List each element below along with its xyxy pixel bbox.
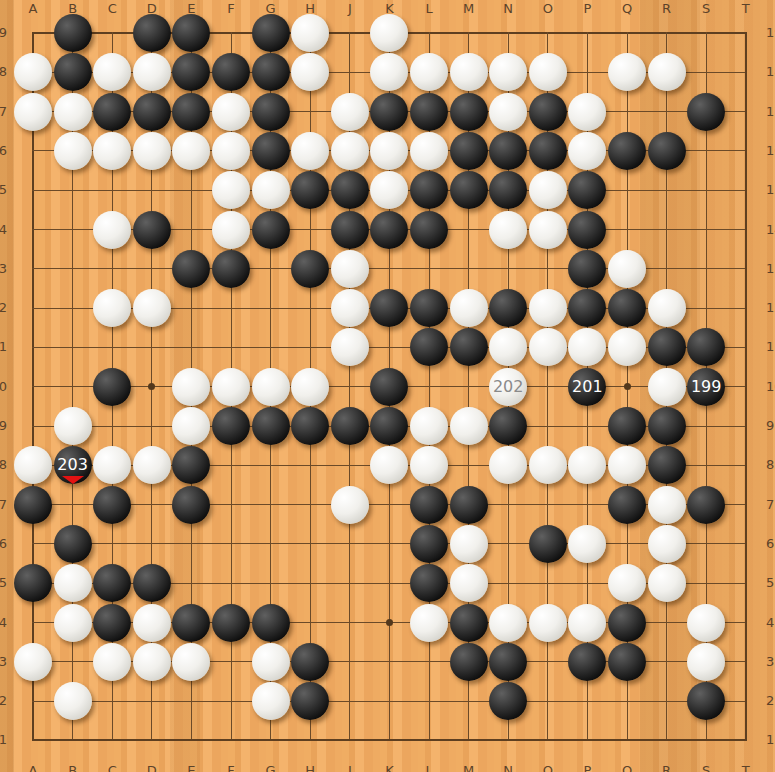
row-label-left: 10	[0, 379, 7, 395]
row-label-left: 15	[0, 182, 7, 198]
stone-white-S3[interactable]	[687, 643, 725, 681]
stone-black-L15[interactable]	[410, 171, 448, 209]
stone-black-N3[interactable]	[489, 643, 527, 681]
stone-black-F9[interactable]	[212, 407, 250, 445]
stone-black-N12[interactable]	[489, 289, 527, 327]
column-label-bottom: N	[496, 763, 520, 772]
stone-black-M17[interactable]	[450, 93, 488, 131]
stone-white-K15[interactable]	[370, 171, 408, 209]
stone-white-R10[interactable]	[648, 368, 686, 406]
stone-black-D19[interactable]	[133, 14, 171, 52]
stone-white-H19[interactable]	[291, 14, 329, 52]
stone-white-C8[interactable]	[93, 446, 131, 484]
stone-white-M6[interactable]	[450, 525, 488, 563]
stone-black-H3[interactable]	[291, 643, 329, 681]
stone-white-E3[interactable]	[172, 643, 210, 681]
stone-black-R8[interactable]	[648, 446, 686, 484]
row-label-left: 5	[0, 575, 7, 591]
stone-white-C14[interactable]	[93, 211, 131, 249]
stone-black-G16[interactable]	[252, 132, 290, 170]
row-label-right: 5	[766, 575, 774, 591]
stone-black-Q16[interactable]	[608, 132, 646, 170]
stone-black-O17[interactable]	[529, 93, 567, 131]
stone-black-H15[interactable]	[291, 171, 329, 209]
stone-white-F17[interactable]	[212, 93, 250, 131]
stone-black-P10[interactable]: 201	[568, 368, 606, 406]
column-label-top: L	[417, 1, 441, 17]
stone-white-G3[interactable]	[252, 643, 290, 681]
row-label-right: 10	[766, 379, 775, 395]
stone-white-A18[interactable]	[14, 53, 52, 91]
stone-white-L8[interactable]	[410, 446, 448, 484]
row-label-right: 4	[766, 615, 774, 631]
row-label-right: 12	[766, 300, 775, 316]
stone-white-Q11[interactable]	[608, 328, 646, 366]
stone-white-A8[interactable]	[14, 446, 52, 484]
stone-white-Q18[interactable]	[608, 53, 646, 91]
star-point	[148, 383, 155, 390]
stone-white-C16[interactable]	[93, 132, 131, 170]
stone-white-N8[interactable]	[489, 446, 527, 484]
stone-black-N2[interactable]	[489, 682, 527, 720]
stone-white-C18[interactable]	[93, 53, 131, 91]
row-label-left: 19	[0, 25, 7, 41]
column-label-bottom: H	[298, 763, 322, 772]
stone-white-G10[interactable]	[252, 368, 290, 406]
stone-white-K16[interactable]	[370, 132, 408, 170]
stone-white-K18[interactable]	[370, 53, 408, 91]
stone-white-P17[interactable]	[568, 93, 606, 131]
stone-white-N4[interactable]	[489, 604, 527, 642]
stone-black-E17[interactable]	[172, 93, 210, 131]
stone-white-F14[interactable]	[212, 211, 250, 249]
stone-white-H10[interactable]	[291, 368, 329, 406]
stone-white-L18[interactable]	[410, 53, 448, 91]
stone-black-J9[interactable]	[331, 407, 369, 445]
column-label-bottom: S	[694, 763, 718, 772]
stone-black-F13[interactable]	[212, 250, 250, 288]
grid-line-horizontal	[32, 739, 747, 741]
column-label-bottom: L	[417, 763, 441, 772]
row-label-left: 1	[0, 732, 7, 748]
row-label-right: 3	[766, 654, 774, 670]
stone-white-J13[interactable]	[331, 250, 369, 288]
stone-black-K17[interactable]	[370, 93, 408, 131]
grid-line-horizontal	[32, 701, 747, 702]
stone-white-N18[interactable]	[489, 53, 527, 91]
stone-black-G14[interactable]	[252, 211, 290, 249]
stone-black-B8[interactable]: 203	[54, 446, 92, 484]
move-number-label: 203	[57, 457, 88, 473]
column-label-bottom: P	[575, 763, 599, 772]
go-app-screen: 202201199203AABBCCDDEEFFGGHHJJKKLLMMNNOO…	[0, 0, 775, 772]
column-label-top: N	[496, 1, 520, 17]
stone-white-F15[interactable]	[212, 171, 250, 209]
column-label-top: M	[457, 1, 481, 17]
stone-black-D14[interactable]	[133, 211, 171, 249]
stone-white-E10[interactable]	[172, 368, 210, 406]
stone-black-P12[interactable]	[568, 289, 606, 327]
column-label-bottom: B	[61, 763, 85, 772]
column-label-bottom: Q	[615, 763, 639, 772]
stone-black-N15[interactable]	[489, 171, 527, 209]
row-label-right: 13	[766, 261, 775, 277]
row-label-left: 4	[0, 615, 7, 631]
row-label-right: 11	[766, 339, 775, 355]
stone-white-P6[interactable]	[568, 525, 606, 563]
stone-black-H9[interactable]	[291, 407, 329, 445]
stone-black-E19[interactable]	[172, 14, 210, 52]
stone-white-L4[interactable]	[410, 604, 448, 642]
stone-black-E4[interactable]	[172, 604, 210, 642]
stone-white-N11[interactable]	[489, 328, 527, 366]
stone-white-C3[interactable]	[93, 643, 131, 681]
stone-white-F16[interactable]	[212, 132, 250, 170]
stone-white-Q8[interactable]	[608, 446, 646, 484]
stone-white-C12[interactable]	[93, 289, 131, 327]
stone-white-D3[interactable]	[133, 643, 171, 681]
stone-black-S2[interactable]	[687, 682, 725, 720]
stone-white-S4[interactable]	[687, 604, 725, 642]
column-label-top: A	[21, 1, 45, 17]
column-label-top: C	[100, 1, 124, 17]
stone-white-O4[interactable]	[529, 604, 567, 642]
stone-white-R6[interactable]	[648, 525, 686, 563]
row-label-right: 6	[766, 536, 774, 552]
column-label-top: R	[655, 1, 679, 17]
stone-black-G18[interactable]	[252, 53, 290, 91]
stone-white-A3[interactable]	[14, 643, 52, 681]
row-label-left: 2	[0, 693, 7, 709]
stone-white-P4[interactable]	[568, 604, 606, 642]
row-label-left: 14	[0, 222, 7, 238]
column-label-bottom: G	[259, 763, 283, 772]
stone-black-L17[interactable]	[410, 93, 448, 131]
stone-black-Q7[interactable]	[608, 486, 646, 524]
stone-white-M12[interactable]	[450, 289, 488, 327]
column-label-top: Q	[615, 1, 639, 17]
stone-black-P15[interactable]	[568, 171, 606, 209]
stone-black-C17[interactable]	[93, 93, 131, 131]
stone-black-M7[interactable]	[450, 486, 488, 524]
stone-white-H18[interactable]	[291, 53, 329, 91]
stone-white-D12[interactable]	[133, 289, 171, 327]
row-label-right: 16	[766, 143, 775, 159]
stone-black-C5[interactable]	[93, 564, 131, 602]
stone-black-A5[interactable]	[14, 564, 52, 602]
stone-black-C7[interactable]	[93, 486, 131, 524]
stone-white-B5[interactable]	[54, 564, 92, 602]
row-label-right: 7	[766, 497, 774, 513]
stone-white-D4[interactable]	[133, 604, 171, 642]
column-label-bottom: E	[179, 763, 203, 772]
stone-black-M4[interactable]	[450, 604, 488, 642]
stone-black-M16[interactable]	[450, 132, 488, 170]
column-label-top: F	[219, 1, 243, 17]
column-label-top: P	[575, 1, 599, 17]
stone-black-F4[interactable]	[212, 604, 250, 642]
row-label-left: 12	[0, 300, 7, 316]
stone-black-A7[interactable]	[14, 486, 52, 524]
column-label-top: D	[140, 1, 164, 17]
row-label-right: 18	[766, 64, 775, 80]
star-point	[386, 619, 393, 626]
row-label-right: 15	[766, 182, 775, 198]
column-label-bottom: T	[734, 763, 758, 772]
stone-white-H16[interactable]	[291, 132, 329, 170]
stone-black-B18[interactable]	[54, 53, 92, 91]
stone-white-B17[interactable]	[54, 93, 92, 131]
row-label-right: 19	[766, 25, 775, 41]
stone-white-R18[interactable]	[648, 53, 686, 91]
stone-black-M11[interactable]	[450, 328, 488, 366]
stone-black-C10[interactable]	[93, 368, 131, 406]
stone-black-J15[interactable]	[331, 171, 369, 209]
stone-black-H2[interactable]	[291, 682, 329, 720]
row-label-left: 13	[0, 261, 7, 277]
stone-white-L9[interactable]	[410, 407, 448, 445]
stone-white-P11[interactable]	[568, 328, 606, 366]
stone-black-G9[interactable]	[252, 407, 290, 445]
stone-white-D8[interactable]	[133, 446, 171, 484]
stone-black-B6[interactable]	[54, 525, 92, 563]
stone-black-G17[interactable]	[252, 93, 290, 131]
stone-black-Q12[interactable]	[608, 289, 646, 327]
stone-white-B4[interactable]	[54, 604, 92, 642]
stone-black-L7[interactable]	[410, 486, 448, 524]
stone-white-G15[interactable]	[252, 171, 290, 209]
move-number-label: 199	[691, 379, 722, 395]
stone-black-N16[interactable]	[489, 132, 527, 170]
column-label-bottom: O	[536, 763, 560, 772]
stone-white-J7[interactable]	[331, 486, 369, 524]
stone-white-K8[interactable]	[370, 446, 408, 484]
stone-black-M3[interactable]	[450, 643, 488, 681]
stone-black-E8[interactable]	[172, 446, 210, 484]
stone-white-O15[interactable]	[529, 171, 567, 209]
column-label-top: B	[61, 1, 85, 17]
stone-white-O11[interactable]	[529, 328, 567, 366]
stone-black-P13[interactable]	[568, 250, 606, 288]
column-label-top: E	[179, 1, 203, 17]
stone-black-M15[interactable]	[450, 171, 488, 209]
column-label-bottom: M	[457, 763, 481, 772]
stone-black-G4[interactable]	[252, 604, 290, 642]
stone-white-E16[interactable]	[172, 132, 210, 170]
stone-white-B9[interactable]	[54, 407, 92, 445]
stone-black-S11[interactable]	[687, 328, 725, 366]
stone-white-L16[interactable]	[410, 132, 448, 170]
stone-white-O8[interactable]	[529, 446, 567, 484]
stone-white-J11[interactable]	[331, 328, 369, 366]
stone-black-S10[interactable]: 199	[687, 368, 725, 406]
row-label-left: 3	[0, 654, 7, 670]
stone-white-Q5[interactable]	[608, 564, 646, 602]
stone-white-N10[interactable]: 202	[489, 368, 527, 406]
star-point	[624, 383, 631, 390]
stone-black-R16[interactable]	[648, 132, 686, 170]
stone-white-K19[interactable]	[370, 14, 408, 52]
stone-black-C4[interactable]	[93, 604, 131, 642]
stone-black-Q3[interactable]	[608, 643, 646, 681]
stone-black-K10[interactable]	[370, 368, 408, 406]
stone-white-J17[interactable]	[331, 93, 369, 131]
row-label-left: 18	[0, 64, 7, 80]
stone-black-L14[interactable]	[410, 211, 448, 249]
stone-black-D5[interactable]	[133, 564, 171, 602]
column-label-top: O	[536, 1, 560, 17]
stone-white-N14[interactable]	[489, 211, 527, 249]
grid-line-vertical	[745, 32, 747, 741]
stone-black-N9[interactable]	[489, 407, 527, 445]
stone-black-S7[interactable]	[687, 486, 725, 524]
row-label-left: 16	[0, 143, 7, 159]
stone-white-D16[interactable]	[133, 132, 171, 170]
stone-white-P16[interactable]	[568, 132, 606, 170]
stone-white-A17[interactable]	[14, 93, 52, 131]
stone-black-D17[interactable]	[133, 93, 171, 131]
stone-white-R12[interactable]	[648, 289, 686, 327]
column-label-bottom: R	[655, 763, 679, 772]
stone-white-E9[interactable]	[172, 407, 210, 445]
stone-white-N17[interactable]	[489, 93, 527, 131]
stone-white-B2[interactable]	[54, 682, 92, 720]
stone-white-M9[interactable]	[450, 407, 488, 445]
stone-black-H13[interactable]	[291, 250, 329, 288]
stone-black-K9[interactable]	[370, 407, 408, 445]
stone-black-E13[interactable]	[172, 250, 210, 288]
row-label-right: 14	[766, 222, 775, 238]
stone-white-M5[interactable]	[450, 564, 488, 602]
column-label-bottom: C	[100, 763, 124, 772]
row-label-left: 9	[0, 418, 7, 434]
stone-black-B19[interactable]	[54, 14, 92, 52]
row-label-right: 1	[766, 732, 774, 748]
stone-black-Q4[interactable]	[608, 604, 646, 642]
stone-white-P8[interactable]	[568, 446, 606, 484]
stone-black-R9[interactable]	[648, 407, 686, 445]
stone-black-E7[interactable]	[172, 486, 210, 524]
column-label-top: K	[377, 1, 401, 17]
stone-black-O6[interactable]	[529, 525, 567, 563]
stone-black-Q9[interactable]	[608, 407, 646, 445]
column-label-top: H	[298, 1, 322, 17]
stone-black-L12[interactable]	[410, 289, 448, 327]
column-label-top: J	[338, 1, 362, 17]
stone-white-G2[interactable]	[252, 682, 290, 720]
row-label-left: 8	[0, 457, 7, 473]
row-label-right: 17	[766, 104, 775, 120]
stone-black-J14[interactable]	[331, 211, 369, 249]
stone-black-K14[interactable]	[370, 211, 408, 249]
row-label-right: 9	[766, 418, 774, 434]
stone-black-L11[interactable]	[410, 328, 448, 366]
stone-white-R7[interactable]	[648, 486, 686, 524]
stone-white-R5[interactable]	[648, 564, 686, 602]
column-label-bottom: K	[377, 763, 401, 772]
stone-black-F18[interactable]	[212, 53, 250, 91]
stone-white-J12[interactable]	[331, 289, 369, 327]
stone-white-Q13[interactable]	[608, 250, 646, 288]
row-label-left: 17	[0, 104, 7, 120]
stone-black-L6[interactable]	[410, 525, 448, 563]
column-label-bottom: F	[219, 763, 243, 772]
stone-black-O16[interactable]	[529, 132, 567, 170]
row-label-right: 2	[766, 693, 774, 709]
stone-black-G19[interactable]	[252, 14, 290, 52]
row-label-left: 11	[0, 339, 7, 355]
column-label-bottom: J	[338, 763, 362, 772]
stone-white-O14[interactable]	[529, 211, 567, 249]
last-move-marker-icon	[62, 476, 84, 484]
row-label-left: 6	[0, 536, 7, 552]
stone-white-O12[interactable]	[529, 289, 567, 327]
column-label-top: T	[734, 1, 758, 17]
stone-white-M18[interactable]	[450, 53, 488, 91]
stone-black-R11[interactable]	[648, 328, 686, 366]
stone-black-P14[interactable]	[568, 211, 606, 249]
row-label-left: 7	[0, 497, 7, 513]
stone-white-O18[interactable]	[529, 53, 567, 91]
stone-black-E18[interactable]	[172, 53, 210, 91]
stone-white-D18[interactable]	[133, 53, 171, 91]
stone-black-P3[interactable]	[568, 643, 606, 681]
stone-black-L5[interactable]	[410, 564, 448, 602]
column-label-bottom: A	[21, 763, 45, 772]
column-label-top: G	[259, 1, 283, 17]
row-label-right: 8	[766, 457, 774, 473]
move-number-label: 202	[493, 379, 524, 395]
stone-white-F10[interactable]	[212, 368, 250, 406]
grid-line-horizontal	[32, 543, 747, 544]
stone-white-B16[interactable]	[54, 132, 92, 170]
stone-white-J16[interactable]	[331, 132, 369, 170]
column-label-top: S	[694, 1, 718, 17]
move-number-label: 201	[572, 379, 603, 395]
column-label-bottom: D	[140, 763, 164, 772]
stone-black-S17[interactable]	[687, 93, 725, 131]
stone-black-K12[interactable]	[370, 289, 408, 327]
